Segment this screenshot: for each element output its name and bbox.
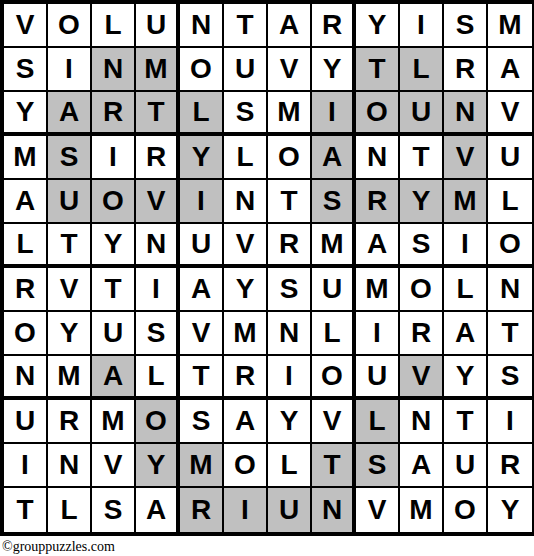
cell-r7c1[interactable]: R [4, 268, 48, 312]
cell-r9c12[interactable]: S [488, 356, 532, 400]
cell-r4c10[interactable]: T [400, 136, 444, 180]
cell-r10c10[interactable]: N [400, 400, 444, 444]
sudoku-board: VOLUNTARYISMSINMOUVYTLRAYARTLSMIOUNVMSIR… [0, 0, 534, 536]
cell-r11c1[interactable]: I [4, 444, 48, 488]
cell-r12c11[interactable]: O [444, 488, 488, 532]
cell-r6c3[interactable]: Y [92, 224, 136, 268]
cell-r2c4[interactable]: M [136, 48, 180, 92]
cell-r2c8[interactable]: Y [312, 48, 356, 92]
cell-r12c12[interactable]: Y [488, 488, 532, 532]
cell-r7c2[interactable]: V [48, 268, 92, 312]
cell-r6c11[interactable]: I [444, 224, 488, 268]
cell-r9c10[interactable]: V [400, 356, 444, 400]
cell-r11c11[interactable]: U [444, 444, 488, 488]
cell-r1c1[interactable]: V [4, 4, 48, 48]
cell-r10c6[interactable]: A [224, 400, 268, 444]
cell-r12c6[interactable]: I [224, 488, 268, 532]
cell-r5c10[interactable]: Y [400, 180, 444, 224]
cell-r10c9[interactable]: L [356, 400, 400, 444]
cell-r10c4[interactable]: O [136, 400, 180, 444]
cell-r6c5[interactable]: U [180, 224, 224, 268]
cell-r1c9[interactable]: Y [356, 4, 400, 48]
cell-r2c1[interactable]: S [4, 48, 48, 92]
cell-r2c7[interactable]: V [268, 48, 312, 92]
cell-r3c12[interactable]: V [488, 92, 532, 136]
cell-r4c12[interactable]: U [488, 136, 532, 180]
cell-r1c6[interactable]: T [224, 4, 268, 48]
cell-r6c6[interactable]: V [224, 224, 268, 268]
cell-r1c3[interactable]: L [92, 4, 136, 48]
cell-r5c8[interactable]: S [312, 180, 356, 224]
cell-r8c12[interactable]: T [488, 312, 532, 356]
cell-r4c2[interactable]: S [48, 136, 92, 180]
cell-r5c5[interactable]: I [180, 180, 224, 224]
cell-r1c2[interactable]: O [48, 4, 92, 48]
cell-r9c2[interactable]: M [48, 356, 92, 400]
cell-r4c4[interactable]: R [136, 136, 180, 180]
cell-r11c9[interactable]: S [356, 444, 400, 488]
cell-r3c5[interactable]: L [180, 92, 224, 136]
cell-r9c7[interactable]: I [268, 356, 312, 400]
cell-r4c1[interactable]: M [4, 136, 48, 180]
cell-r2c9[interactable]: T [356, 48, 400, 92]
cell-r3c1[interactable]: Y [4, 92, 48, 136]
cell-r7c3[interactable]: T [92, 268, 136, 312]
cell-r3c4[interactable]: T [136, 92, 180, 136]
cell-r9c1[interactable]: N [4, 356, 48, 400]
cell-r12c1[interactable]: T [4, 488, 48, 532]
cell-r7c11[interactable]: L [444, 268, 488, 312]
cell-r8c8[interactable]: L [312, 312, 356, 356]
puzzle-page: VOLUNTARYISMSINMOUVYTLRAYARTLSMIOUNVMSIR… [0, 0, 534, 556]
cell-r7c7[interactable]: S [268, 268, 312, 312]
cell-r12c10[interactable]: M [400, 488, 444, 532]
cell-r3c11[interactable]: N [444, 92, 488, 136]
cell-r5c2[interactable]: U [48, 180, 92, 224]
cell-r8c6[interactable]: M [224, 312, 268, 356]
cell-r9c4[interactable]: L [136, 356, 180, 400]
cell-r8c2[interactable]: Y [48, 312, 92, 356]
cell-r11c5[interactable]: M [180, 444, 224, 488]
cell-r10c12[interactable]: I [488, 400, 532, 444]
cell-r2c11[interactable]: R [444, 48, 488, 92]
cell-r1c7[interactable]: A [268, 4, 312, 48]
cell-r12c7[interactable]: U [268, 488, 312, 532]
cell-r10c8[interactable]: V [312, 400, 356, 444]
cell-r7c10[interactable]: O [400, 268, 444, 312]
cell-r3c2[interactable]: A [48, 92, 92, 136]
cell-r9c3[interactable]: A [92, 356, 136, 400]
cell-r11c7[interactable]: L [268, 444, 312, 488]
cell-r10c7[interactable]: Y [268, 400, 312, 444]
cell-r8c1[interactable]: O [4, 312, 48, 356]
cell-r12c5[interactable]: R [180, 488, 224, 532]
cell-r1c10[interactable]: I [400, 4, 444, 48]
cell-r8c5[interactable]: V [180, 312, 224, 356]
cell-r9c5[interactable]: T [180, 356, 224, 400]
cell-r9c11[interactable]: Y [444, 356, 488, 400]
cell-r1c8[interactable]: R [312, 4, 356, 48]
cell-r2c6[interactable]: U [224, 48, 268, 92]
cell-r9c6[interactable]: R [224, 356, 268, 400]
cell-r3c9[interactable]: O [356, 92, 400, 136]
cell-r8c4[interactable]: S [136, 312, 180, 356]
cell-r12c4[interactable]: A [136, 488, 180, 532]
cell-r8c3[interactable]: U [92, 312, 136, 356]
cell-r5c3[interactable]: O [92, 180, 136, 224]
cell-r11c6[interactable]: O [224, 444, 268, 488]
cell-r11c4[interactable]: Y [136, 444, 180, 488]
cell-r9c8[interactable]: O [312, 356, 356, 400]
cell-r4c7[interactable]: O [268, 136, 312, 180]
cell-r11c3[interactable]: V [92, 444, 136, 488]
cell-r6c10[interactable]: S [400, 224, 444, 268]
cell-r6c4[interactable]: N [136, 224, 180, 268]
cell-r8c9[interactable]: I [356, 312, 400, 356]
cell-r6c12[interactable]: O [488, 224, 532, 268]
cell-r11c8[interactable]: T [312, 444, 356, 488]
cell-r4c9[interactable]: N [356, 136, 400, 180]
cell-r2c2[interactable]: I [48, 48, 92, 92]
cell-r8c7[interactable]: N [268, 312, 312, 356]
cell-r7c5[interactable]: A [180, 268, 224, 312]
cell-r5c7[interactable]: T [268, 180, 312, 224]
cell-r10c11[interactable]: T [444, 400, 488, 444]
cell-r9c9[interactable]: U [356, 356, 400, 400]
cell-r2c10[interactable]: L [400, 48, 444, 92]
cell-r5c11[interactable]: M [444, 180, 488, 224]
cell-r3c10[interactable]: U [400, 92, 444, 136]
cell-r4c8[interactable]: A [312, 136, 356, 180]
cell-r3c3[interactable]: R [92, 92, 136, 136]
cell-r8c11[interactable]: A [444, 312, 488, 356]
cell-r1c4[interactable]: U [136, 4, 180, 48]
cell-r11c12[interactable]: R [488, 444, 532, 488]
cell-r1c11[interactable]: S [444, 4, 488, 48]
cell-r11c10[interactable]: A [400, 444, 444, 488]
cell-r5c6[interactable]: N [224, 180, 268, 224]
cell-r5c9[interactable]: R [356, 180, 400, 224]
cell-r1c12[interactable]: M [488, 4, 532, 48]
cell-r12c8[interactable]: N [312, 488, 356, 532]
cell-r12c2[interactable]: L [48, 488, 92, 532]
cell-r6c9[interactable]: A [356, 224, 400, 268]
cell-r3c8[interactable]: I [312, 92, 356, 136]
copyright-text: ©grouppuzzles.com [0, 538, 534, 556]
cell-r2c12[interactable]: A [488, 48, 532, 92]
cell-r7c12[interactable]: N [488, 268, 532, 312]
cell-r4c11[interactable]: V [444, 136, 488, 180]
cell-r5c12[interactable]: L [488, 180, 532, 224]
cell-r7c4[interactable]: I [136, 268, 180, 312]
cell-r7c8[interactable]: U [312, 268, 356, 312]
cell-r5c1[interactable]: A [4, 180, 48, 224]
cell-r4c3[interactable]: I [92, 136, 136, 180]
cell-r2c3[interactable]: N [92, 48, 136, 92]
cell-r6c2[interactable]: T [48, 224, 92, 268]
cell-r10c2[interactable]: R [48, 400, 92, 444]
cell-r8c10[interactable]: R [400, 312, 444, 356]
cell-r5c4[interactable]: V [136, 180, 180, 224]
cell-r12c3[interactable]: S [92, 488, 136, 532]
cell-r2c5[interactable]: O [180, 48, 224, 92]
cell-r4c6[interactable]: L [224, 136, 268, 180]
cell-r10c5[interactable]: S [180, 400, 224, 444]
cell-r6c7[interactable]: R [268, 224, 312, 268]
cell-r3c6[interactable]: S [224, 92, 268, 136]
cell-r4c5[interactable]: Y [180, 136, 224, 180]
cell-r10c1[interactable]: U [4, 400, 48, 444]
cell-r3c7[interactable]: M [268, 92, 312, 136]
cell-r7c6[interactable]: Y [224, 268, 268, 312]
cell-r10c3[interactable]: M [92, 400, 136, 444]
cell-r7c9[interactable]: M [356, 268, 400, 312]
cell-r12c9[interactable]: V [356, 488, 400, 532]
cell-r1c5[interactable]: N [180, 4, 224, 48]
cell-r6c1[interactable]: L [4, 224, 48, 268]
cell-r6c8[interactable]: M [312, 224, 356, 268]
cell-r11c2[interactable]: N [48, 444, 92, 488]
